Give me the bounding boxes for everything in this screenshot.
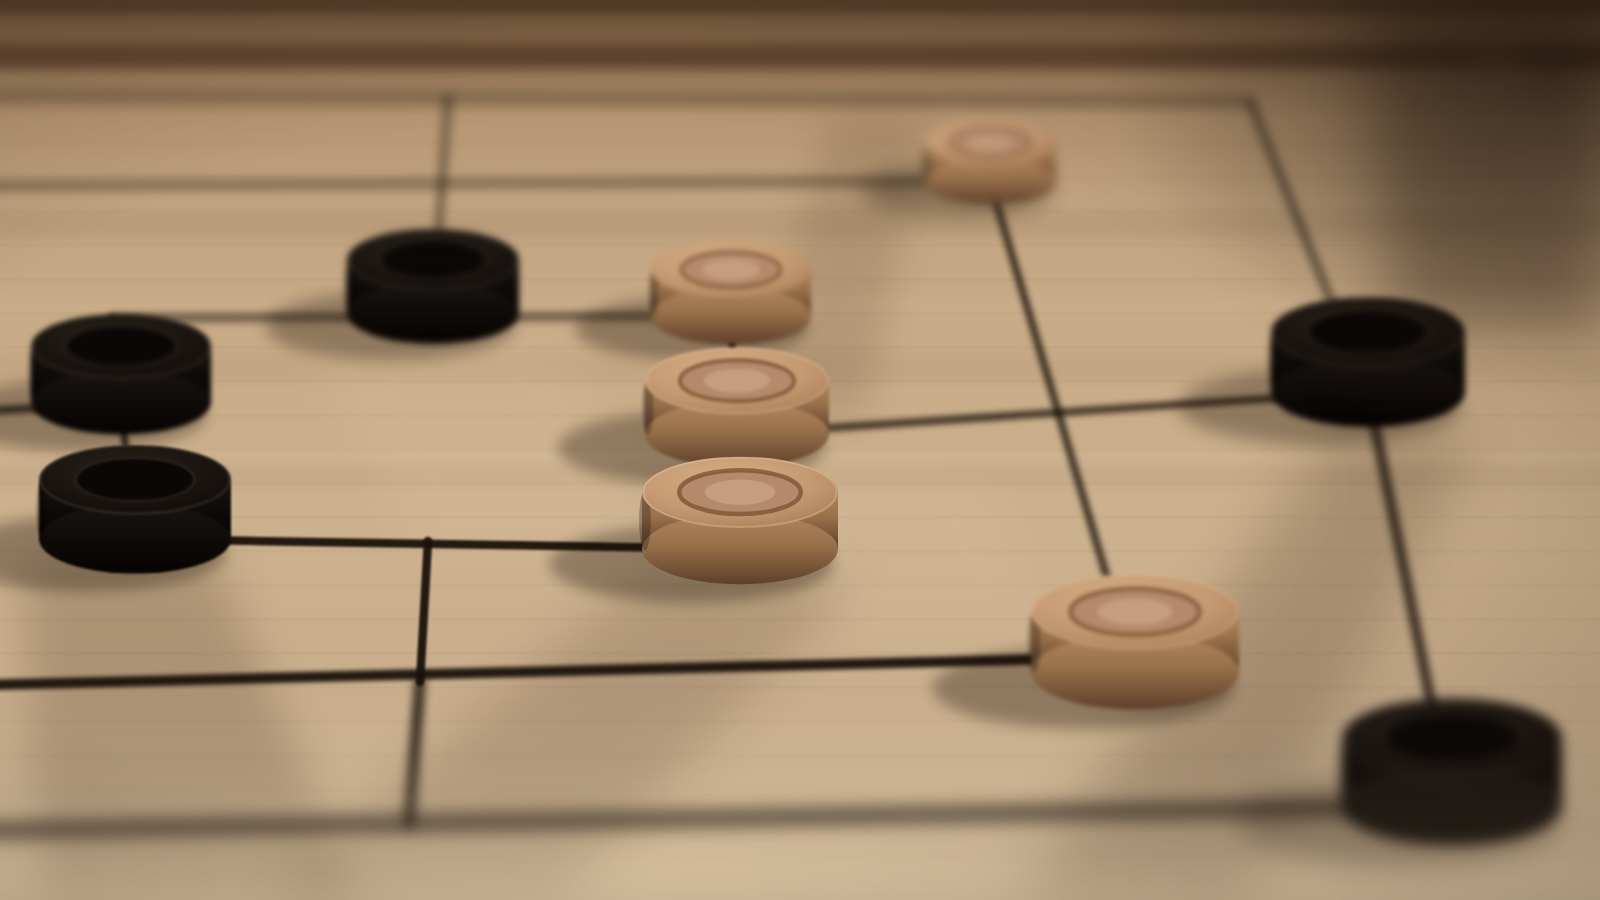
morris-board-photo <box>0 0 1600 900</box>
white-piece-f2 <box>1028 574 1239 709</box>
black-piece-c4 <box>28 314 211 435</box>
board-svg <box>0 0 1600 900</box>
white-piece-f6 <box>922 119 1056 205</box>
white-piece-e5 <box>649 241 811 345</box>
black-piece-g1 <box>1339 698 1562 845</box>
white-piece-e3 <box>639 457 838 584</box>
white-piece-e4 <box>642 348 829 468</box>
black-piece-g4 <box>1268 297 1465 427</box>
black-piece-d5 <box>344 229 519 344</box>
black-piece-c3 <box>36 445 231 574</box>
